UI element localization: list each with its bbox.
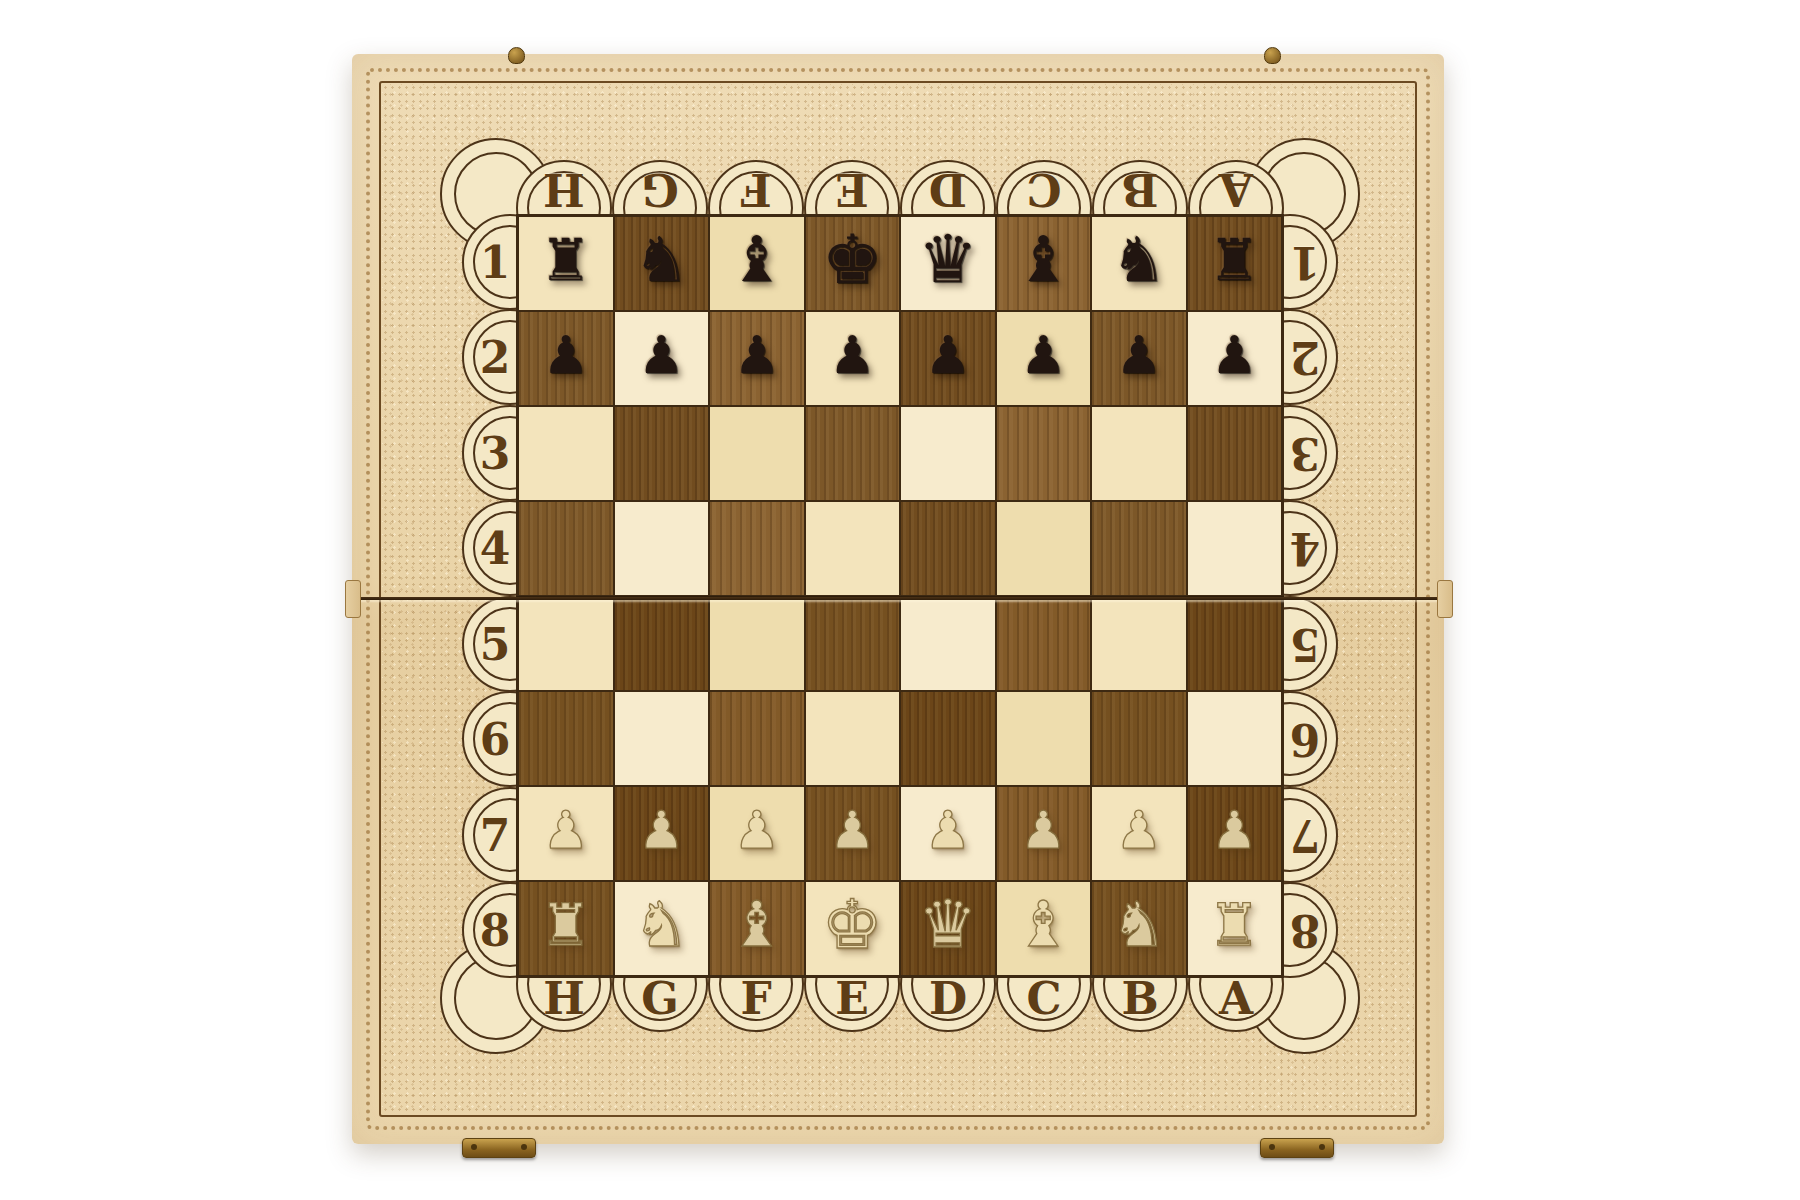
rank-label-right-4: 4: [1290, 523, 1321, 574]
square-h1[interactable]: ♜: [519, 217, 613, 310]
rank-label-right-5: 5: [1290, 618, 1321, 669]
file-label-bottom-g: G: [641, 973, 679, 1024]
square-h2[interactable]: ♟: [519, 312, 613, 405]
white-king[interactable]: ♚: [822, 891, 883, 959]
black-pawn[interactable]: ♟: [638, 329, 685, 381]
white-pawn[interactable]: ♟: [1020, 804, 1067, 856]
white-pawn[interactable]: ♟: [924, 804, 971, 856]
file-label-bottom-h: H: [543, 973, 585, 1024]
square-e4[interactable]: [806, 502, 900, 595]
board: ♜♞♝♚♛♝♞♜♟♟♟♟♟♟♟♟♟♟♟♟♟♟♟♟♜♞♝♚♛♝♞♜: [516, 214, 1284, 978]
seam-tab-left: [345, 580, 361, 618]
square-f4[interactable]: [710, 502, 804, 595]
square-h6[interactable]: [519, 692, 613, 785]
white-pawn[interactable]: ♟: [1115, 804, 1162, 856]
square-c4[interactable]: [997, 502, 1091, 595]
rank-label-right-3: 3: [1290, 427, 1321, 478]
file-label-top-e: E: [835, 164, 869, 215]
square-b5[interactable]: [1092, 597, 1186, 690]
black-pawn[interactable]: ♟: [542, 329, 589, 381]
square-c7[interactable]: ♟: [997, 787, 1091, 880]
black-pawn[interactable]: ♟: [924, 329, 971, 381]
square-c3[interactable]: [997, 407, 1091, 500]
square-c2[interactable]: ♟: [997, 312, 1091, 405]
square-b3[interactable]: [1092, 407, 1186, 500]
file-label-bottom-f: F: [740, 973, 771, 1024]
black-rook[interactable]: ♜: [540, 231, 592, 289]
bottom-hinge-right: [1260, 1138, 1334, 1158]
square-d5[interactable]: [901, 597, 995, 690]
square-f5[interactable]: [710, 597, 804, 690]
square-f6[interactable]: [710, 692, 804, 785]
rank-label-left-1: 1: [480, 236, 511, 287]
file-label-top-g: G: [641, 164, 679, 215]
square-b7[interactable]: ♟: [1092, 787, 1186, 880]
square-d7[interactable]: ♟: [901, 787, 995, 880]
white-pawn[interactable]: ♟: [638, 804, 685, 856]
square-g3[interactable]: [615, 407, 709, 500]
square-a7[interactable]: ♟: [1188, 787, 1282, 880]
square-d2[interactable]: ♟: [901, 312, 995, 405]
square-d8[interactable]: ♛: [901, 882, 995, 975]
square-g8[interactable]: ♞: [615, 882, 709, 975]
square-g6[interactable]: [615, 692, 709, 785]
box-fold-seam: [352, 597, 1444, 600]
rank-label-left-4: 4: [480, 523, 511, 574]
file-label-top-c: C: [1026, 164, 1061, 215]
square-b6[interactable]: [1092, 692, 1186, 785]
square-e8[interactable]: ♚: [806, 882, 900, 975]
square-g5[interactable]: [615, 597, 709, 690]
white-knight[interactable]: ♞: [633, 894, 689, 956]
white-pawn[interactable]: ♟: [733, 804, 780, 856]
square-h3[interactable]: [519, 407, 613, 500]
square-b4[interactable]: [1092, 502, 1186, 595]
black-knight[interactable]: ♞: [633, 229, 689, 291]
square-c6[interactable]: [997, 692, 1091, 785]
square-d3[interactable]: [901, 407, 995, 500]
photo-background: ♜♞♝♚♛♝♞♜♟♟♟♟♟♟♟♟♟♟♟♟♟♟♟♟♜♞♝♚♛♝♞♜ HHGGFFE…: [0, 0, 1800, 1200]
seam-tab-right: [1437, 580, 1453, 618]
square-e3[interactable]: [806, 407, 900, 500]
white-rook[interactable]: ♜: [540, 896, 592, 954]
black-knight[interactable]: ♞: [1111, 229, 1167, 291]
square-g4[interactable]: [615, 502, 709, 595]
square-g7[interactable]: ♟: [615, 787, 709, 880]
square-a8[interactable]: ♜: [1188, 882, 1282, 975]
file-label-bottom-a: A: [1219, 973, 1253, 1024]
rank-label-left-8: 8: [480, 905, 511, 956]
file-label-bottom-c: C: [1026, 973, 1061, 1024]
black-rook[interactable]: ♜: [1208, 231, 1260, 289]
square-a4[interactable]: [1188, 502, 1282, 595]
black-pawn[interactable]: ♟: [1115, 329, 1162, 381]
square-a2[interactable]: ♟: [1188, 312, 1282, 405]
file-label-bottom-d: D: [929, 973, 967, 1024]
rank-label-left-5: 5: [480, 618, 511, 669]
black-pawn[interactable]: ♟: [1020, 329, 1067, 381]
square-h5[interactable]: [519, 597, 613, 690]
square-b2[interactable]: ♟: [1092, 312, 1186, 405]
square-a3[interactable]: [1188, 407, 1282, 500]
white-pawn[interactable]: ♟: [542, 804, 589, 856]
square-h8[interactable]: ♜: [519, 882, 613, 975]
square-e5[interactable]: [806, 597, 900, 690]
square-e2[interactable]: ♟: [806, 312, 900, 405]
square-a5[interactable]: [1188, 597, 1282, 690]
top-clasp-pin-left: [508, 47, 525, 64]
black-pawn[interactable]: ♟: [829, 329, 876, 381]
rank-label-right-8: 8: [1290, 905, 1321, 956]
white-queen[interactable]: ♛: [918, 892, 977, 958]
rank-label-left-3: 3: [480, 427, 511, 478]
square-d6[interactable]: [901, 692, 995, 785]
square-h4[interactable]: [519, 502, 613, 595]
file-label-top-h: H: [543, 164, 585, 215]
file-label-top-d: D: [929, 164, 967, 215]
square-a6[interactable]: [1188, 692, 1282, 785]
square-d4[interactable]: [901, 502, 995, 595]
square-a1[interactable]: ♜: [1188, 217, 1282, 310]
rank-label-right-1: 1: [1290, 236, 1321, 287]
black-pawn[interactable]: ♟: [733, 329, 780, 381]
square-e1[interactable]: ♚: [806, 217, 900, 310]
rank-label-left-6: 6: [480, 714, 511, 765]
square-f1[interactable]: ♝: [710, 217, 804, 310]
file-label-bottom-e: E: [835, 973, 869, 1024]
rank-label-right-7: 7: [1290, 809, 1321, 860]
white-bishop[interactable]: ♝: [1015, 893, 1071, 956]
white-pawn[interactable]: ♟: [1211, 804, 1258, 856]
rank-label-left-2: 2: [480, 332, 511, 383]
black-pawn[interactable]: ♟: [1211, 329, 1258, 381]
square-b8[interactable]: ♞: [1092, 882, 1186, 975]
file-label-top-a: A: [1219, 164, 1253, 215]
white-knight[interactable]: ♞: [1111, 894, 1167, 956]
square-h7[interactable]: ♟: [519, 787, 613, 880]
square-c5[interactable]: [997, 597, 1091, 690]
square-e7[interactable]: ♟: [806, 787, 900, 880]
square-c8[interactable]: ♝: [997, 882, 1091, 975]
black-bishop[interactable]: ♝: [1015, 228, 1071, 291]
square-g1[interactable]: ♞: [615, 217, 709, 310]
white-bishop[interactable]: ♝: [729, 893, 785, 956]
bottom-hinge-left: [462, 1138, 536, 1158]
square-c1[interactable]: ♝: [997, 217, 1091, 310]
chess-box: ♜♞♝♚♛♝♞♜♟♟♟♟♟♟♟♟♟♟♟♟♟♟♟♟♜♞♝♚♛♝♞♜ HHGGFFE…: [352, 54, 1444, 1144]
square-f3[interactable]: [710, 407, 804, 500]
white-pawn[interactable]: ♟: [829, 804, 876, 856]
file-label-top-b: B: [1121, 164, 1158, 215]
file-label-bottom-b: B: [1121, 973, 1158, 1024]
square-f2[interactable]: ♟: [710, 312, 804, 405]
white-rook[interactable]: ♜: [1208, 896, 1260, 954]
square-d1[interactable]: ♛: [901, 217, 995, 310]
black-bishop[interactable]: ♝: [729, 228, 785, 291]
rank-label-right-6: 6: [1290, 714, 1321, 765]
black-queen[interactable]: ♛: [918, 227, 977, 293]
square-g2[interactable]: ♟: [615, 312, 709, 405]
rank-label-left-7: 7: [480, 809, 511, 860]
square-f8[interactable]: ♝: [710, 882, 804, 975]
square-b1[interactable]: ♞: [1092, 217, 1186, 310]
file-label-top-f: F: [740, 164, 771, 215]
rank-label-right-2: 2: [1290, 332, 1321, 383]
top-clasp-pin-right: [1264, 47, 1281, 64]
square-f7[interactable]: ♟: [710, 787, 804, 880]
black-king[interactable]: ♚: [822, 226, 883, 294]
square-e6[interactable]: [806, 692, 900, 785]
